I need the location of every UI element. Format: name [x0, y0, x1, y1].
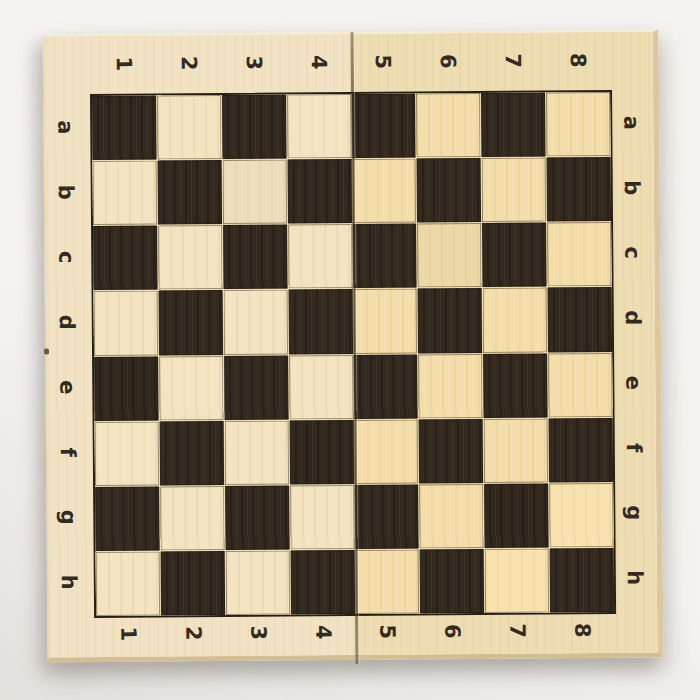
square-d1: [94, 291, 158, 356]
square-e5: [354, 354, 418, 419]
coordinate-label-top-4: 4: [303, 47, 333, 77]
square-h4: [290, 550, 354, 615]
coordinate-label-bottom-2: 2: [178, 618, 208, 648]
square-c3: [223, 225, 287, 290]
square-g2: [160, 486, 224, 551]
square-g3: [225, 485, 289, 550]
coordinate-label-right-f: f: [619, 432, 649, 462]
square-f6: [419, 419, 483, 484]
coordinate-label-right-a: a: [616, 107, 646, 137]
coordinate-label-top-8: 8: [562, 45, 592, 75]
square-a2: [157, 95, 221, 160]
square-h5: [355, 549, 419, 614]
square-a1: [92, 96, 156, 161]
coordinate-label-left-a: a: [50, 112, 80, 142]
square-e2: [159, 356, 223, 421]
square-b3: [222, 160, 286, 225]
coordinate-label-right-g: g: [619, 497, 649, 527]
square-d3: [223, 290, 287, 355]
coordinate-label-top-7: 7: [498, 46, 528, 76]
coordinate-label-bottom-4: 4: [308, 617, 338, 647]
coordinate-label-left-e: e: [52, 372, 82, 402]
square-f2: [159, 421, 223, 486]
coordinate-label-left-b: b: [51, 177, 81, 207]
coordinate-label-bottom-1: 1: [114, 619, 144, 649]
square-h1: [96, 551, 160, 616]
square-e4: [289, 355, 353, 420]
square-d6: [418, 288, 482, 353]
square-c4: [288, 224, 352, 289]
square-a5: [352, 94, 416, 159]
chess-board: 1234567812345678abcdefghabcdefgh: [43, 30, 664, 663]
coordinate-label-left-h: h: [54, 567, 84, 597]
coordinate-label-right-b: b: [617, 172, 647, 202]
square-d8: [548, 287, 612, 352]
square-d7: [483, 288, 547, 353]
coordinate-label-top-6: 6: [433, 46, 463, 76]
square-e8: [548, 352, 612, 417]
square-h3: [225, 550, 289, 615]
square-b2: [157, 160, 221, 225]
square-h2: [160, 551, 224, 616]
square-b8: [547, 157, 611, 222]
square-c7: [482, 223, 546, 288]
photo-background: 1234567812345678abcdefghabcdefgh: [0, 0, 700, 700]
square-f7: [484, 418, 548, 483]
square-e3: [224, 355, 288, 420]
coordinate-label-right-c: c: [617, 237, 647, 267]
square-g1: [95, 486, 159, 551]
coordinate-label-bottom-8: 8: [567, 615, 597, 645]
coordinate-label-left-d: d: [52, 307, 82, 337]
square-h7: [485, 548, 549, 613]
square-g4: [290, 485, 354, 550]
coordinate-label-right-h: h: [620, 562, 650, 592]
coordinate-label-bottom-3: 3: [243, 618, 273, 648]
coordinate-label-bottom-6: 6: [437, 616, 467, 646]
square-b1: [93, 161, 157, 226]
coordinate-label-right-d: d: [618, 302, 648, 332]
square-a6: [416, 93, 480, 158]
coordinate-label-top-1: 1: [109, 49, 139, 79]
square-f8: [549, 418, 613, 483]
coordinate-label-top-2: 2: [174, 48, 204, 78]
square-c6: [417, 223, 481, 288]
coordinate-label-bottom-7: 7: [502, 616, 532, 646]
square-f3: [224, 420, 288, 485]
coordinate-label-right-e: e: [618, 367, 648, 397]
square-g8: [549, 483, 613, 548]
coordinate-label-bottom-5: 5: [373, 617, 403, 647]
square-g6: [419, 484, 483, 549]
square-b7: [482, 158, 546, 223]
square-e6: [418, 353, 482, 418]
square-a7: [481, 92, 545, 157]
square-h8: [550, 548, 614, 613]
square-f4: [289, 420, 353, 485]
hinge-notch: [44, 348, 49, 354]
coordinate-label-left-g: g: [53, 502, 83, 532]
square-c2: [158, 225, 222, 290]
square-c8: [547, 222, 611, 287]
square-b4: [287, 159, 351, 224]
coordinate-label-top-3: 3: [239, 48, 269, 78]
square-a3: [222, 95, 286, 160]
coordinate-label-left-c: c: [51, 242, 81, 272]
square-c5: [353, 224, 417, 289]
square-g7: [484, 483, 548, 548]
square-d4: [288, 289, 352, 354]
square-d5: [353, 289, 417, 354]
square-a8: [546, 92, 610, 157]
square-g5: [355, 484, 419, 549]
coordinate-label-top-5: 5: [368, 47, 398, 77]
square-f1: [95, 421, 159, 486]
square-d2: [158, 290, 222, 355]
square-a4: [287, 94, 351, 159]
square-h6: [420, 549, 484, 614]
square-b6: [417, 158, 481, 223]
square-b5: [352, 159, 416, 224]
square-f5: [354, 419, 418, 484]
coordinate-label-left-f: f: [53, 437, 83, 467]
square-c1: [93, 226, 157, 291]
square-e1: [94, 356, 158, 421]
square-e7: [483, 353, 547, 418]
